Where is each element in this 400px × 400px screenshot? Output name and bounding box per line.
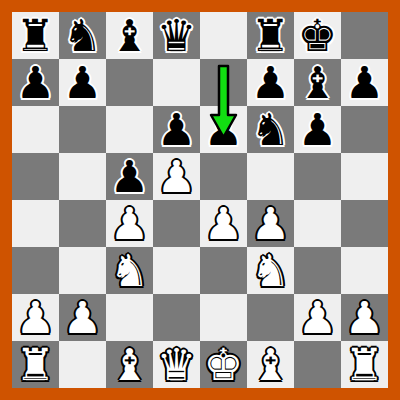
square-c4[interactable]: ♟ <box>106 200 153 247</box>
square-c2[interactable] <box>106 294 153 341</box>
piece-white-queen[interactable]: ♛ <box>157 341 196 388</box>
square-c5[interactable]: ♟ <box>106 153 153 200</box>
square-h8[interactable] <box>341 12 388 59</box>
square-g6[interactable]: ♟ <box>294 106 341 153</box>
square-b6[interactable] <box>59 106 106 153</box>
square-b4[interactable] <box>59 200 106 247</box>
square-g1[interactable] <box>294 341 341 388</box>
square-g8[interactable]: ♚ <box>294 12 341 59</box>
piece-black-pawn[interactable]: ♟ <box>110 153 149 200</box>
square-f7[interactable]: ♟ <box>247 59 294 106</box>
piece-black-pawn[interactable]: ♟ <box>63 59 102 106</box>
square-f1[interactable]: ♝ <box>247 341 294 388</box>
square-h1[interactable]: ♜ <box>341 341 388 388</box>
square-g7[interactable]: ♝ <box>294 59 341 106</box>
square-g4[interactable] <box>294 200 341 247</box>
square-b1[interactable] <box>59 341 106 388</box>
square-h6[interactable] <box>341 106 388 153</box>
piece-black-king[interactable]: ♚ <box>298 12 337 59</box>
chess-board: ♜♞♝♛♜♚♟♟♟♝♟♟♟♞♟♟♟♟♟♟♞♞♟♟♟♟♜♝♛♚♝♜ <box>12 12 388 388</box>
square-a1[interactable]: ♜ <box>12 341 59 388</box>
square-h2[interactable]: ♟ <box>341 294 388 341</box>
square-e4[interactable]: ♟ <box>200 200 247 247</box>
piece-black-pawn[interactable]: ♟ <box>16 59 55 106</box>
piece-white-bishop[interactable]: ♝ <box>110 341 149 388</box>
piece-white-pawn[interactable]: ♟ <box>298 294 337 341</box>
square-c8[interactable]: ♝ <box>106 12 153 59</box>
square-h3[interactable] <box>341 247 388 294</box>
square-h7[interactable]: ♟ <box>341 59 388 106</box>
piece-white-rook[interactable]: ♜ <box>16 341 55 388</box>
piece-black-pawn[interactable]: ♟ <box>251 59 290 106</box>
square-c3[interactable]: ♞ <box>106 247 153 294</box>
square-e3[interactable] <box>200 247 247 294</box>
piece-white-pawn[interactable]: ♟ <box>157 153 196 200</box>
piece-white-bishop[interactable]: ♝ <box>251 341 290 388</box>
square-a4[interactable] <box>12 200 59 247</box>
square-a2[interactable]: ♟ <box>12 294 59 341</box>
square-b5[interactable] <box>59 153 106 200</box>
square-h4[interactable] <box>341 200 388 247</box>
piece-black-bishop[interactable]: ♝ <box>298 59 337 106</box>
square-c6[interactable] <box>106 106 153 153</box>
square-g2[interactable]: ♟ <box>294 294 341 341</box>
piece-black-rook[interactable]: ♜ <box>16 12 55 59</box>
square-b8[interactable]: ♞ <box>59 12 106 59</box>
piece-white-pawn[interactable]: ♟ <box>204 200 243 247</box>
square-c7[interactable] <box>106 59 153 106</box>
square-a5[interactable] <box>12 153 59 200</box>
square-f8[interactable]: ♜ <box>247 12 294 59</box>
piece-black-rook[interactable]: ♜ <box>251 12 290 59</box>
piece-white-rook[interactable]: ♜ <box>345 341 384 388</box>
piece-white-pawn[interactable]: ♟ <box>251 200 290 247</box>
square-e6[interactable]: ♟ <box>200 106 247 153</box>
square-f4[interactable]: ♟ <box>247 200 294 247</box>
piece-white-knight[interactable]: ♞ <box>251 247 290 294</box>
square-f5[interactable] <box>247 153 294 200</box>
square-f3[interactable]: ♞ <box>247 247 294 294</box>
square-d4[interactable] <box>153 200 200 247</box>
square-a8[interactable]: ♜ <box>12 12 59 59</box>
square-b2[interactable]: ♟ <box>59 294 106 341</box>
piece-black-pawn[interactable]: ♟ <box>157 106 196 153</box>
square-g5[interactable] <box>294 153 341 200</box>
piece-black-knight[interactable]: ♞ <box>63 12 102 59</box>
square-e8[interactable] <box>200 12 247 59</box>
piece-black-queen[interactable]: ♛ <box>157 12 196 59</box>
square-e2[interactable] <box>200 294 247 341</box>
square-f2[interactable] <box>247 294 294 341</box>
square-d5[interactable]: ♟ <box>153 153 200 200</box>
square-d1[interactable]: ♛ <box>153 341 200 388</box>
piece-white-knight[interactable]: ♞ <box>110 247 149 294</box>
piece-black-pawn[interactable]: ♟ <box>204 106 243 153</box>
square-f6[interactable]: ♞ <box>247 106 294 153</box>
piece-black-pawn[interactable]: ♟ <box>345 59 384 106</box>
piece-black-bishop[interactable]: ♝ <box>110 12 149 59</box>
square-b7[interactable]: ♟ <box>59 59 106 106</box>
piece-black-pawn[interactable]: ♟ <box>298 106 337 153</box>
piece-black-knight[interactable]: ♞ <box>251 106 290 153</box>
square-g3[interactable] <box>294 247 341 294</box>
square-d8[interactable]: ♛ <box>153 12 200 59</box>
piece-white-pawn[interactable]: ♟ <box>63 294 102 341</box>
square-h5[interactable] <box>341 153 388 200</box>
square-e7[interactable] <box>200 59 247 106</box>
square-e1[interactable]: ♚ <box>200 341 247 388</box>
piece-white-king[interactable]: ♚ <box>204 341 243 388</box>
board-frame: ♜♞♝♛♜♚♟♟♟♝♟♟♟♞♟♟♟♟♟♟♞♞♟♟♟♟♜♝♛♚♝♜ <box>0 0 400 400</box>
square-a6[interactable] <box>12 106 59 153</box>
piece-white-pawn[interactable]: ♟ <box>345 294 384 341</box>
square-d2[interactable] <box>153 294 200 341</box>
piece-white-pawn[interactable]: ♟ <box>16 294 55 341</box>
square-a3[interactable] <box>12 247 59 294</box>
square-c1[interactable]: ♝ <box>106 341 153 388</box>
square-e5[interactable] <box>200 153 247 200</box>
square-d3[interactable] <box>153 247 200 294</box>
square-a7[interactable]: ♟ <box>12 59 59 106</box>
square-d7[interactable] <box>153 59 200 106</box>
piece-white-pawn[interactable]: ♟ <box>110 200 149 247</box>
square-d6[interactable]: ♟ <box>153 106 200 153</box>
square-b3[interactable] <box>59 247 106 294</box>
